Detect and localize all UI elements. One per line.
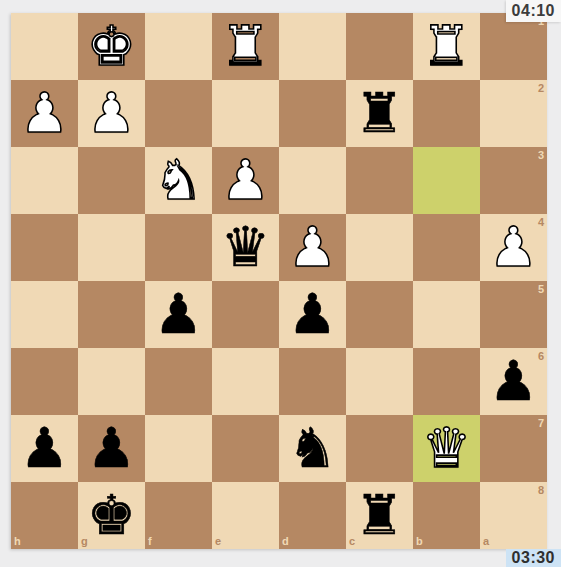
square-h7[interactable]: ♟ [11,415,78,482]
square-e6[interactable] [212,348,279,415]
square-e4[interactable]: ♛ [212,214,279,281]
black-pawn[interactable]: ♟ [288,287,337,342]
square-f1[interactable] [145,13,212,80]
black-rook[interactable]: ♜ [355,488,404,543]
square-d1[interactable] [279,13,346,80]
square-h4[interactable] [11,214,78,281]
square-a7[interactable]: 7 [480,415,547,482]
square-e3[interactable]: ♟ [212,147,279,214]
square-f7[interactable] [145,415,212,482]
square-b5[interactable] [413,281,480,348]
square-c2[interactable]: ♜ [346,80,413,147]
white-pawn[interactable]: ♟ [489,220,538,275]
square-g6[interactable] [78,348,145,415]
white-pawn[interactable]: ♟ [20,86,69,141]
white-pawn[interactable]: ♟ [87,86,136,141]
white-knight[interactable]: ♞ [154,153,203,208]
square-g3[interactable] [78,147,145,214]
square-h8[interactable]: h [11,482,78,549]
rank-label-6: 6 [538,351,544,362]
square-g8[interactable]: g♚ [78,482,145,549]
rank-label-5: 5 [538,284,544,295]
square-h2[interactable]: ♟ [11,80,78,147]
square-f8[interactable]: f [145,482,212,549]
square-g1[interactable]: ♚ [78,13,145,80]
white-king[interactable]: ♚ [87,19,136,74]
square-g2[interactable]: ♟ [78,80,145,147]
square-a2[interactable]: 2 [480,80,547,147]
square-h5[interactable] [11,281,78,348]
square-e5[interactable] [212,281,279,348]
chess-board[interactable]: ♚♜♜1♟♟♜2♞♟3♛♟4♟♟♟56♟♟♟♞♛7hg♚fedc♜b8a [11,13,547,549]
file-label-c: c [349,536,355,547]
rank-label-8: 8 [538,485,544,496]
square-e7[interactable] [212,415,279,482]
white-queen[interactable]: ♛ [422,421,471,476]
file-label-a: a [483,536,489,547]
square-h1[interactable] [11,13,78,80]
square-b1[interactable]: ♜ [413,13,480,80]
square-g4[interactable] [78,214,145,281]
square-c4[interactable] [346,214,413,281]
square-a3[interactable]: 3 [480,147,547,214]
square-b8[interactable]: b [413,482,480,549]
square-h3[interactable] [11,147,78,214]
rank-label-3: 3 [538,150,544,161]
black-knight[interactable]: ♞ [288,421,337,476]
black-queen[interactable]: ♛ [221,220,270,275]
file-label-d: d [282,536,289,547]
square-g7[interactable]: ♟ [78,415,145,482]
square-e1[interactable]: ♜ [212,13,279,80]
square-c7[interactable] [346,415,413,482]
square-b3[interactable] [413,147,480,214]
rank-label-4: 4 [538,217,544,228]
square-f5[interactable]: ♟ [145,281,212,348]
player-clock: 03:30 [506,549,561,567]
rank-label-7: 7 [538,418,544,429]
file-label-e: e [215,536,221,547]
black-pawn[interactable]: ♟ [20,421,69,476]
square-c1[interactable] [346,13,413,80]
square-f4[interactable] [145,214,212,281]
square-f6[interactable] [145,348,212,415]
square-c8[interactable]: c♜ [346,482,413,549]
square-a6[interactable]: 6♟ [480,348,547,415]
square-d2[interactable] [279,80,346,147]
white-pawn[interactable]: ♟ [221,153,270,208]
square-d3[interactable] [279,147,346,214]
square-e8[interactable]: e [212,482,279,549]
square-f2[interactable] [145,80,212,147]
square-d6[interactable] [279,348,346,415]
square-d4[interactable]: ♟ [279,214,346,281]
square-a1[interactable]: 1 [480,13,547,80]
black-king[interactable]: ♚ [87,488,136,543]
square-c6[interactable] [346,348,413,415]
white-pawn[interactable]: ♟ [288,220,337,275]
white-rook[interactable]: ♜ [422,19,471,74]
game-page: 04:10 ♚♜♜1♟♟♜2♞♟3♛♟4♟♟♟56♟♟♟♞♛7hg♚fedc♜b… [0,0,561,567]
opponent-clock: 04:10 [506,0,561,22]
square-b6[interactable] [413,348,480,415]
square-a4[interactable]: 4♟ [480,214,547,281]
square-f3[interactable]: ♞ [145,147,212,214]
black-pawn[interactable]: ♟ [154,287,203,342]
square-c5[interactable] [346,281,413,348]
square-a5[interactable]: 5 [480,281,547,348]
square-d7[interactable]: ♞ [279,415,346,482]
square-h6[interactable] [11,348,78,415]
rank-label-2: 2 [538,83,544,94]
black-rook[interactable]: ♜ [355,86,404,141]
square-b2[interactable] [413,80,480,147]
square-d8[interactable]: d [279,482,346,549]
square-c3[interactable] [346,147,413,214]
square-b4[interactable] [413,214,480,281]
square-d5[interactable]: ♟ [279,281,346,348]
square-b7[interactable]: ♛ [413,415,480,482]
black-pawn[interactable]: ♟ [87,421,136,476]
file-label-h: h [14,536,21,547]
square-e2[interactable] [212,80,279,147]
file-label-g: g [81,536,88,547]
file-label-b: b [416,536,423,547]
file-label-f: f [148,536,152,547]
white-rook[interactable]: ♜ [221,19,270,74]
square-g5[interactable] [78,281,145,348]
black-pawn[interactable]: ♟ [489,354,538,409]
square-a8[interactable]: 8a [480,482,547,549]
